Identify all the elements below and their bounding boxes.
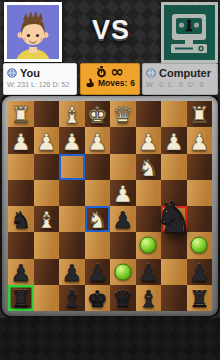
black-bishop-c8[interactable]: ♝ bbox=[136, 287, 162, 312]
white-knight-c3[interactable]: ♞ bbox=[136, 156, 162, 181]
white-pawn-g2[interactable]: ♟ bbox=[34, 130, 60, 155]
vs-label: VS bbox=[80, 15, 142, 46]
square-d6[interactable] bbox=[110, 232, 136, 258]
square-f2[interactable]: ♟ bbox=[59, 127, 85, 153]
square-g3[interactable] bbox=[34, 154, 60, 180]
square-f3[interactable] bbox=[59, 154, 85, 180]
black-pawn-c7[interactable]: ♟ bbox=[136, 261, 162, 286]
square-e8[interactable]: ♚ bbox=[85, 285, 111, 311]
square-g5[interactable]: ♝ bbox=[34, 206, 60, 232]
white-pawn-d4[interactable]: ♟ bbox=[110, 182, 136, 207]
boy-avatar-illustration bbox=[7, 5, 59, 59]
player-avatar-frame bbox=[4, 2, 62, 62]
black-pawn-f7[interactable]: ♟ bbox=[59, 261, 85, 286]
square-e4[interactable] bbox=[85, 180, 111, 206]
square-a2[interactable]: ♟ bbox=[187, 127, 213, 153]
square-g8[interactable] bbox=[34, 285, 60, 311]
black-rook-h8[interactable]: ♜ bbox=[8, 287, 34, 312]
square-e3[interactable] bbox=[85, 154, 111, 180]
player-avatar bbox=[7, 5, 59, 59]
bottom-toolbar bbox=[0, 318, 220, 360]
globe-icon bbox=[146, 68, 156, 78]
square-e2[interactable]: ♟ bbox=[85, 127, 111, 153]
player-card-computer: Computer W: 0 L: 0 D: 0 bbox=[142, 63, 218, 95]
square-h4[interactable] bbox=[8, 180, 34, 206]
square-a7[interactable]: ♟ bbox=[187, 259, 213, 285]
square-d7[interactable] bbox=[110, 259, 136, 285]
white-queen-d1[interactable]: ♛ bbox=[110, 103, 136, 128]
computer-avatar-frame bbox=[161, 2, 218, 63]
square-f4[interactable] bbox=[59, 180, 85, 206]
white-bishop-f1[interactable]: ♝ bbox=[59, 103, 85, 128]
square-h1[interactable]: ♜ bbox=[8, 101, 34, 127]
square-e6[interactable] bbox=[85, 232, 111, 258]
hand-pointer-icon bbox=[85, 78, 95, 88]
white-knight-e5[interactable]: ♞ bbox=[85, 208, 111, 233]
black-pawn-h7[interactable]: ♟ bbox=[8, 261, 34, 286]
white-king-e1[interactable]: ♚ bbox=[85, 103, 111, 128]
player-name: You bbox=[20, 67, 40, 79]
stopwatch-icon bbox=[96, 66, 107, 78]
square-f5[interactable] bbox=[59, 206, 85, 232]
square-d5[interactable]: ♟ bbox=[110, 206, 136, 232]
black-queen-d8[interactable]: ♛ bbox=[110, 287, 136, 312]
square-b8[interactable] bbox=[161, 285, 187, 311]
square-c8[interactable]: ♝ bbox=[136, 285, 162, 311]
player-record: W: 231 L: 126 D: 52 bbox=[7, 81, 73, 88]
white-pawn-h2[interactable]: ♟ bbox=[8, 130, 34, 155]
square-g1[interactable] bbox=[34, 101, 60, 127]
square-f7[interactable]: ♟ bbox=[59, 259, 85, 285]
square-a8[interactable]: ♜ bbox=[187, 285, 213, 311]
square-f1[interactable]: ♝ bbox=[59, 101, 85, 127]
black-rook-a8[interactable]: ♜ bbox=[187, 287, 213, 312]
player-card-you: You W: 231 L: 126 D: 52 bbox=[3, 63, 77, 95]
square-d2[interactable] bbox=[110, 127, 136, 153]
square-b1[interactable] bbox=[161, 101, 187, 127]
white-pawn-c2[interactable]: ♟ bbox=[136, 130, 162, 155]
black-pawn-e7[interactable]: ♟ bbox=[85, 261, 111, 286]
chess-board[interactable]: ♜♝♚♛♜♟♟♟♟♟♟♟♞♟♞♝♞♟♟♟♟♟♟♟♜♝♚♛♝♜♞ bbox=[8, 101, 212, 311]
square-b7[interactable] bbox=[161, 259, 187, 285]
square-h3[interactable] bbox=[8, 154, 34, 180]
white-pawn-f2[interactable]: ♟ bbox=[59, 130, 85, 155]
square-g7[interactable] bbox=[34, 259, 60, 285]
black-pawn-a7[interactable]: ♟ bbox=[187, 261, 213, 286]
square-e5[interactable]: ♞ bbox=[85, 206, 111, 232]
white-pawn-b2[interactable]: ♟ bbox=[161, 130, 187, 155]
square-g4[interactable] bbox=[34, 180, 60, 206]
square-g6[interactable] bbox=[34, 232, 60, 258]
square-d1[interactable]: ♛ bbox=[110, 101, 136, 127]
square-c2[interactable]: ♟ bbox=[136, 127, 162, 153]
player-record: W: 0 L: 0 D: 0 bbox=[146, 81, 214, 88]
square-d8[interactable]: ♛ bbox=[110, 285, 136, 311]
square-b3[interactable] bbox=[161, 154, 187, 180]
square-f6[interactable] bbox=[59, 232, 85, 258]
square-b2[interactable]: ♟ bbox=[161, 127, 187, 153]
globe-icon bbox=[7, 68, 17, 78]
legal-move-dot-d7[interactable] bbox=[114, 263, 131, 280]
square-f8[interactable]: ♝ bbox=[59, 285, 85, 311]
square-c1[interactable] bbox=[136, 101, 162, 127]
black-bishop-f8[interactable]: ♝ bbox=[59, 287, 85, 312]
square-h5[interactable]: ♞ bbox=[8, 206, 34, 232]
time-mode-infinity: ∞ bbox=[110, 66, 123, 78]
square-h6[interactable] bbox=[8, 232, 34, 258]
white-rook-h1[interactable]: ♜ bbox=[8, 103, 34, 128]
square-c3[interactable]: ♞ bbox=[136, 154, 162, 180]
match-info-card: ∞ Moves: 6 bbox=[80, 63, 140, 95]
white-pawn-e2[interactable]: ♟ bbox=[85, 130, 111, 155]
square-a1[interactable]: ♜ bbox=[187, 101, 213, 127]
player-name: Computer bbox=[159, 67, 211, 79]
square-a3[interactable] bbox=[187, 154, 213, 180]
square-g2[interactable]: ♟ bbox=[34, 127, 60, 153]
square-c7[interactable]: ♟ bbox=[136, 259, 162, 285]
square-d3[interactable] bbox=[110, 154, 136, 180]
square-h7[interactable]: ♟ bbox=[8, 259, 34, 285]
moves-label: Moves: bbox=[98, 78, 127, 88]
computer-chess-icon bbox=[164, 5, 215, 60]
white-pawn-a2[interactable]: ♟ bbox=[187, 130, 213, 155]
square-d4[interactable]: ♟ bbox=[110, 180, 136, 206]
black-knight-h5[interactable]: ♞ bbox=[8, 208, 34, 233]
square-h8[interactable]: ♜ bbox=[8, 285, 34, 311]
black-king-e8[interactable]: ♚ bbox=[85, 287, 111, 312]
square-h2[interactable]: ♟ bbox=[8, 127, 34, 153]
square-e7[interactable]: ♟ bbox=[85, 259, 111, 285]
moves-count: 6 bbox=[130, 78, 135, 88]
computer-avatar bbox=[164, 5, 215, 60]
white-bishop-g5[interactable]: ♝ bbox=[34, 208, 60, 233]
dragged-black-knight[interactable]: ♞ bbox=[150, 196, 198, 240]
chess-app: VS bbox=[0, 0, 220, 360]
black-pawn-d5[interactable]: ♟ bbox=[110, 208, 136, 233]
white-rook-a1[interactable]: ♜ bbox=[187, 103, 213, 128]
square-e1[interactable]: ♚ bbox=[85, 101, 111, 127]
